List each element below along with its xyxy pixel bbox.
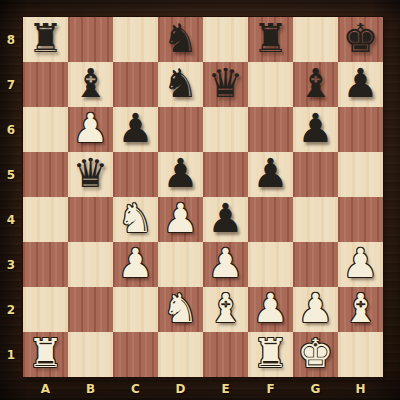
file-label-c: C [113, 377, 158, 400]
square-a1[interactable]: ♜ [23, 332, 68, 377]
piece-white-bishop-h2[interactable]: ♝ [343, 288, 379, 331]
square-c2[interactable] [113, 287, 158, 332]
square-d1[interactable] [158, 332, 203, 377]
square-f4[interactable] [248, 197, 293, 242]
square-e4[interactable]: ♟ [203, 197, 248, 242]
piece-black-rook-f8[interactable]: ♜ [253, 18, 289, 61]
square-b3[interactable] [68, 242, 113, 287]
square-h5[interactable] [338, 152, 383, 197]
rank-label-4: 4 [0, 197, 22, 242]
piece-white-rook-f1[interactable]: ♜ [253, 333, 289, 376]
rank-label-7: 7 [0, 62, 22, 107]
square-d7[interactable]: ♞ [158, 62, 203, 107]
piece-white-rook-a1[interactable]: ♜ [28, 333, 64, 376]
piece-black-knight-d7[interactable]: ♞ [163, 63, 199, 106]
rank-label-5: 5 [0, 152, 22, 197]
square-f2[interactable]: ♟ [248, 287, 293, 332]
square-b7[interactable]: ♝ [68, 62, 113, 107]
square-f7[interactable] [248, 62, 293, 107]
square-f6[interactable] [248, 107, 293, 152]
square-a7[interactable] [23, 62, 68, 107]
chess-board: ♜♞♜♚♝♞♛♝♟♟♟♟♛♟♟♞♟♟♟♟♟♞♝♟♟♝♜♜♚ [22, 16, 384, 378]
piece-black-king-h8[interactable]: ♚ [343, 18, 379, 61]
square-a5[interactable] [23, 152, 68, 197]
rank-labels: 87654321 [0, 17, 22, 377]
piece-white-pawn-b6[interactable]: ♟ [73, 108, 109, 151]
square-h6[interactable] [338, 107, 383, 152]
piece-black-pawn-d5[interactable]: ♟ [163, 153, 199, 196]
piece-black-bishop-g7[interactable]: ♝ [298, 63, 334, 106]
square-c6[interactable]: ♟ [113, 107, 158, 152]
piece-black-queen-b5[interactable]: ♛ [73, 153, 109, 196]
square-c5[interactable] [113, 152, 158, 197]
square-b1[interactable] [68, 332, 113, 377]
rank-label-6: 6 [0, 107, 22, 152]
square-a4[interactable] [23, 197, 68, 242]
square-g6[interactable]: ♟ [293, 107, 338, 152]
rank-label-1: 1 [0, 332, 22, 377]
piece-black-bishop-b7[interactable]: ♝ [73, 63, 109, 106]
file-label-g: G [293, 377, 338, 400]
square-g2[interactable]: ♟ [293, 287, 338, 332]
piece-black-pawn-g6[interactable]: ♟ [298, 108, 334, 151]
square-d3[interactable] [158, 242, 203, 287]
file-label-h: H [338, 377, 383, 400]
square-e7[interactable]: ♛ [203, 62, 248, 107]
square-g7[interactable]: ♝ [293, 62, 338, 107]
piece-white-bishop-e2[interactable]: ♝ [208, 288, 244, 331]
square-d5[interactable]: ♟ [158, 152, 203, 197]
square-a2[interactable] [23, 287, 68, 332]
piece-black-pawn-e4[interactable]: ♟ [208, 198, 244, 241]
square-b5[interactable]: ♛ [68, 152, 113, 197]
square-d2[interactable]: ♞ [158, 287, 203, 332]
piece-white-pawn-d4[interactable]: ♟ [163, 198, 199, 241]
square-e2[interactable]: ♝ [203, 287, 248, 332]
file-label-f: F [248, 377, 293, 400]
square-h4[interactable] [338, 197, 383, 242]
square-f3[interactable] [248, 242, 293, 287]
square-b4[interactable] [68, 197, 113, 242]
square-g8[interactable] [293, 17, 338, 62]
square-c3[interactable]: ♟ [113, 242, 158, 287]
square-e5[interactable] [203, 152, 248, 197]
square-d4[interactable]: ♟ [158, 197, 203, 242]
square-e3[interactable]: ♟ [203, 242, 248, 287]
square-f8[interactable]: ♜ [248, 17, 293, 62]
file-labels: ABCDEFGH [23, 377, 383, 400]
square-e8[interactable] [203, 17, 248, 62]
square-e1[interactable] [203, 332, 248, 377]
file-label-b: B [68, 377, 113, 400]
piece-white-pawn-c3[interactable]: ♟ [118, 243, 154, 286]
square-c1[interactable] [113, 332, 158, 377]
piece-white-knight-c4[interactable]: ♞ [118, 198, 154, 241]
piece-white-pawn-f2[interactable]: ♟ [253, 288, 289, 331]
square-f5[interactable]: ♟ [248, 152, 293, 197]
square-h2[interactable]: ♝ [338, 287, 383, 332]
rank-label-2: 2 [0, 287, 22, 332]
square-g3[interactable] [293, 242, 338, 287]
square-a8[interactable]: ♜ [23, 17, 68, 62]
piece-white-pawn-h3[interactable]: ♟ [343, 243, 379, 286]
square-c4[interactable]: ♞ [113, 197, 158, 242]
file-label-a: A [23, 377, 68, 400]
square-g1[interactable]: ♚ [293, 332, 338, 377]
square-b8[interactable] [68, 17, 113, 62]
square-c7[interactable] [113, 62, 158, 107]
square-a6[interactable] [23, 107, 68, 152]
piece-white-pawn-g2[interactable]: ♟ [298, 288, 334, 331]
piece-black-pawn-c6[interactable]: ♟ [118, 108, 154, 151]
square-e6[interactable] [203, 107, 248, 152]
square-h1[interactable] [338, 332, 383, 377]
square-g4[interactable] [293, 197, 338, 242]
file-label-d: D [158, 377, 203, 400]
rank-label-3: 3 [0, 242, 22, 287]
piece-black-rook-a8[interactable]: ♜ [28, 18, 64, 61]
square-f1[interactable]: ♜ [248, 332, 293, 377]
square-b2[interactable] [68, 287, 113, 332]
rank-label-8: 8 [0, 17, 22, 62]
piece-white-king-g1[interactable]: ♚ [298, 333, 334, 376]
piece-white-pawn-e3[interactable]: ♟ [208, 243, 244, 286]
square-c8[interactable] [113, 17, 158, 62]
piece-white-knight-d2[interactable]: ♞ [163, 288, 199, 331]
piece-black-pawn-f5[interactable]: ♟ [253, 153, 289, 196]
square-h7[interactable]: ♟ [338, 62, 383, 107]
square-g5[interactable] [293, 152, 338, 197]
square-b6[interactable]: ♟ [68, 107, 113, 152]
piece-black-knight-d8[interactable]: ♞ [163, 18, 199, 61]
piece-black-pawn-h7[interactable]: ♟ [343, 63, 379, 106]
file-label-e: E [203, 377, 248, 400]
square-h8[interactable]: ♚ [338, 17, 383, 62]
square-h3[interactable]: ♟ [338, 242, 383, 287]
piece-black-queen-e7[interactable]: ♛ [208, 63, 244, 106]
square-d6[interactable] [158, 107, 203, 152]
square-d8[interactable]: ♞ [158, 17, 203, 62]
square-a3[interactable] [23, 242, 68, 287]
